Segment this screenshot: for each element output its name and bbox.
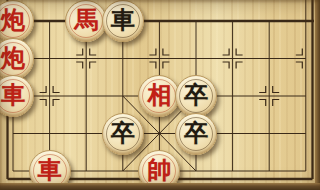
- piece-glyph: 車: [111, 8, 135, 32]
- piece-glyph: 炮: [1, 46, 25, 70]
- board-edge-shadow-bottom: [0, 183, 320, 190]
- piece-glyph: 相: [147, 83, 171, 107]
- piece-red-horse[interactable]: 馬: [65, 0, 107, 42]
- piece-black-soldier[interactable]: 卒: [102, 113, 144, 155]
- piece-black-chariot[interactable]: 車: [102, 0, 144, 42]
- piece-black-soldier[interactable]: 卒: [175, 75, 217, 117]
- xiangqi-board[interactable]: 炮馬車炮車相卒卒卒車帥: [0, 0, 320, 190]
- piece-glyph: 卒: [111, 121, 135, 145]
- piece-glyph: 卒: [184, 83, 208, 107]
- piece-glyph: 帥: [147, 158, 171, 182]
- piece-glyph: 炮: [1, 8, 25, 32]
- piece-glyph: 車: [1, 83, 25, 107]
- piece-glyph: 卒: [184, 121, 208, 145]
- piece-black-soldier[interactable]: 卒: [175, 113, 217, 155]
- piece-glyph: 馬: [74, 8, 98, 32]
- board-edge-shadow-right: [315, 0, 320, 190]
- piece-red-cannon[interactable]: 炮: [0, 38, 34, 80]
- piece-red-cannon[interactable]: 炮: [0, 0, 34, 42]
- piece-red-chariot[interactable]: 車: [0, 75, 34, 117]
- piece-glyph: 車: [38, 158, 62, 182]
- pieces-layer: 炮馬車炮車相卒卒卒車帥: [0, 0, 320, 190]
